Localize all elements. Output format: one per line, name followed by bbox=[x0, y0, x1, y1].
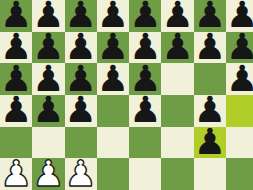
square-r3-c4[interactable]: ♟ bbox=[97, 63, 129, 95]
black-pawn[interactable]: ♟ bbox=[32, 94, 64, 125]
square-r3-c8[interactable]: ♟ bbox=[226, 63, 253, 95]
square-r6-c4[interactable] bbox=[97, 158, 129, 190]
black-pawn[interactable]: ♟ bbox=[226, 63, 253, 94]
square-r5-c6[interactable] bbox=[161, 127, 193, 159]
square-r4-c8[interactable] bbox=[226, 95, 253, 127]
square-r6-c2[interactable]: ♟ bbox=[32, 158, 64, 190]
square-r4-c1[interactable]: ♟ bbox=[0, 95, 32, 127]
square-r6-c6[interactable] bbox=[161, 158, 193, 190]
square-r4-c4[interactable] bbox=[97, 95, 129, 127]
square-r5-c4[interactable] bbox=[97, 127, 129, 159]
square-r6-c1[interactable]: ♟ bbox=[0, 158, 32, 190]
square-r5-c8[interactable] bbox=[226, 127, 253, 159]
square-r4-c6[interactable] bbox=[161, 95, 193, 127]
black-pawn[interactable]: ♟ bbox=[97, 63, 129, 94]
white-pawn[interactable]: ♟ bbox=[65, 158, 97, 189]
square-r4-c5[interactable]: ♟ bbox=[129, 95, 161, 127]
square-r3-c6[interactable] bbox=[161, 63, 193, 95]
square-r5-c5[interactable] bbox=[129, 127, 161, 159]
square-r4-c2[interactable]: ♟ bbox=[32, 95, 64, 127]
black-pawn[interactable]: ♟ bbox=[0, 94, 32, 125]
square-r5-c7[interactable]: ♟ bbox=[194, 127, 226, 159]
black-pawn[interactable]: ♟ bbox=[161, 31, 193, 62]
black-pawn[interactable]: ♟ bbox=[129, 94, 161, 125]
square-r2-c6[interactable]: ♟ bbox=[161, 32, 193, 64]
chess-board: ♟♟♟♟♟♟♟♟♟♟♟♟♟♟♟♟♟♟♟♟♟♟♟♟♟♟♟♟♟♟♟ bbox=[0, 0, 253, 190]
white-pawn[interactable]: ♟ bbox=[32, 158, 64, 189]
square-r6-c5[interactable] bbox=[129, 158, 161, 190]
white-pawn[interactable]: ♟ bbox=[0, 158, 32, 189]
square-r6-c8[interactable] bbox=[226, 158, 253, 190]
square-r4-c3[interactable]: ♟ bbox=[65, 95, 97, 127]
square-r2-c7[interactable]: ♟ bbox=[194, 32, 226, 64]
black-pawn[interactable]: ♟ bbox=[194, 31, 226, 62]
black-pawn[interactable]: ♟ bbox=[194, 126, 226, 157]
black-pawn[interactable]: ♟ bbox=[65, 94, 97, 125]
square-r6-c7[interactable] bbox=[194, 158, 226, 190]
square-r6-c3[interactable]: ♟ bbox=[65, 158, 97, 190]
